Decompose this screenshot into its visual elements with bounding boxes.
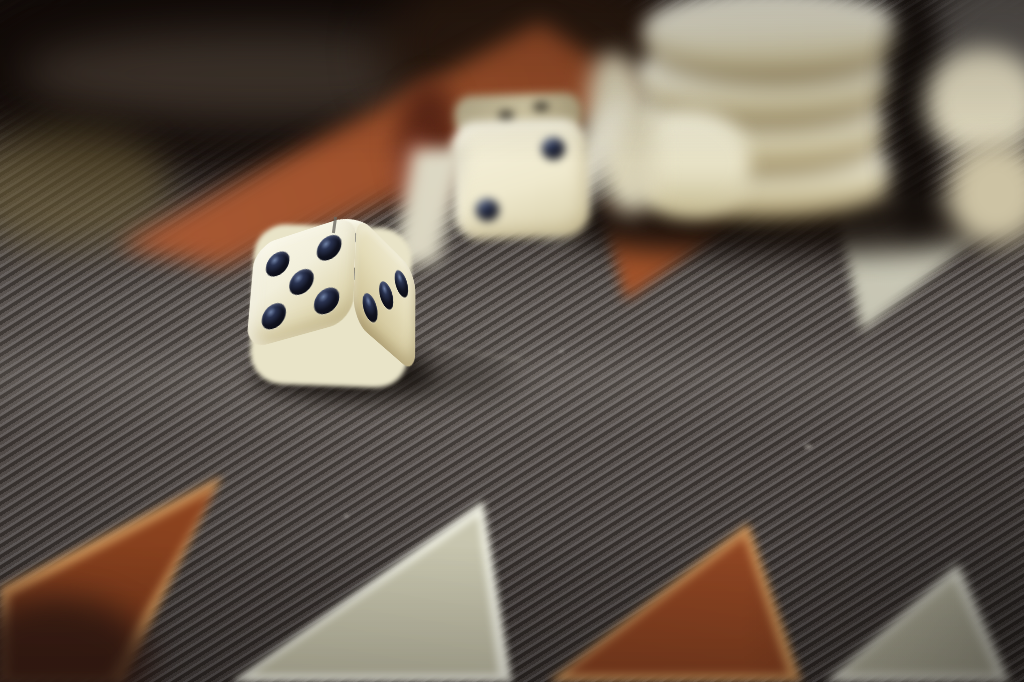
white-point-edge-blur <box>533 89 639 245</box>
top-right-gray-blur <box>928 0 1024 124</box>
near-point-cream-1 <box>0 0 1024 682</box>
background-die-top-face <box>454 92 583 138</box>
near-point-orange-2 <box>0 0 1024 682</box>
die-body <box>249 223 412 388</box>
board-fabric <box>0 0 1024 682</box>
checker <box>628 80 890 172</box>
die-pip <box>335 265 368 283</box>
die-soft-shadow <box>300 356 515 398</box>
checker <box>634 34 896 126</box>
far-point-cream-behind-die <box>0 0 1024 682</box>
die-pip <box>279 244 313 263</box>
die-cube <box>281 244 388 376</box>
lint-fleck <box>344 514 349 518</box>
checker <box>636 126 898 218</box>
rust-blur <box>398 82 460 206</box>
fabric-focus-band <box>0 330 1024 440</box>
die-pip <box>379 277 393 314</box>
dark-background <box>0 0 670 180</box>
lint-fiber <box>332 217 337 233</box>
checker-shadow-band <box>536 182 1024 254</box>
far-point-orange-right <box>0 0 1024 682</box>
die-pip <box>476 198 500 221</box>
die-pip <box>265 248 290 279</box>
table-edge-blur <box>20 28 500 120</box>
checker-partial-right-lower <box>948 142 1024 244</box>
die-pip <box>310 272 343 289</box>
die-pip <box>289 266 314 297</box>
checker-partial-left <box>579 48 665 217</box>
background-die <box>444 91 597 240</box>
lint-fleck <box>559 350 564 353</box>
far-point-cream-right <box>0 0 1024 682</box>
fabric-scratch <box>432 346 524 362</box>
pink-blur <box>396 138 438 210</box>
checker-stack <box>628 0 914 222</box>
die-pip <box>329 228 364 247</box>
background-die-front-face <box>450 118 590 241</box>
bottom-left-corner-shadow <box>0 596 150 682</box>
die-contact-shadow <box>252 352 436 398</box>
die-pip <box>316 232 341 263</box>
checker-partial-right-upper <box>926 48 1024 156</box>
olive-blur <box>0 128 170 248</box>
stack-gap-shadow <box>886 0 944 233</box>
far-point-orange-left <box>0 0 1024 682</box>
die-front-face <box>246 214 357 351</box>
die-pip <box>313 285 339 317</box>
lint-fleck <box>804 444 812 449</box>
checker-front <box>628 110 750 218</box>
backgammon-board-photo <box>0 0 1024 682</box>
die-pip <box>359 257 392 275</box>
near-point-orange-1 <box>0 0 1024 682</box>
background-haze <box>380 0 680 140</box>
die-top-face <box>255 214 416 302</box>
die-pip <box>303 236 337 255</box>
foreground-die <box>246 214 422 400</box>
photo-vignette <box>0 0 1024 682</box>
die-right-face <box>353 214 416 375</box>
checker <box>642 0 904 80</box>
near-point-cream-2 <box>0 0 1024 682</box>
die-pip <box>261 300 287 332</box>
die-pip <box>541 137 565 160</box>
die-pip <box>395 265 409 301</box>
die-pip <box>362 288 377 326</box>
